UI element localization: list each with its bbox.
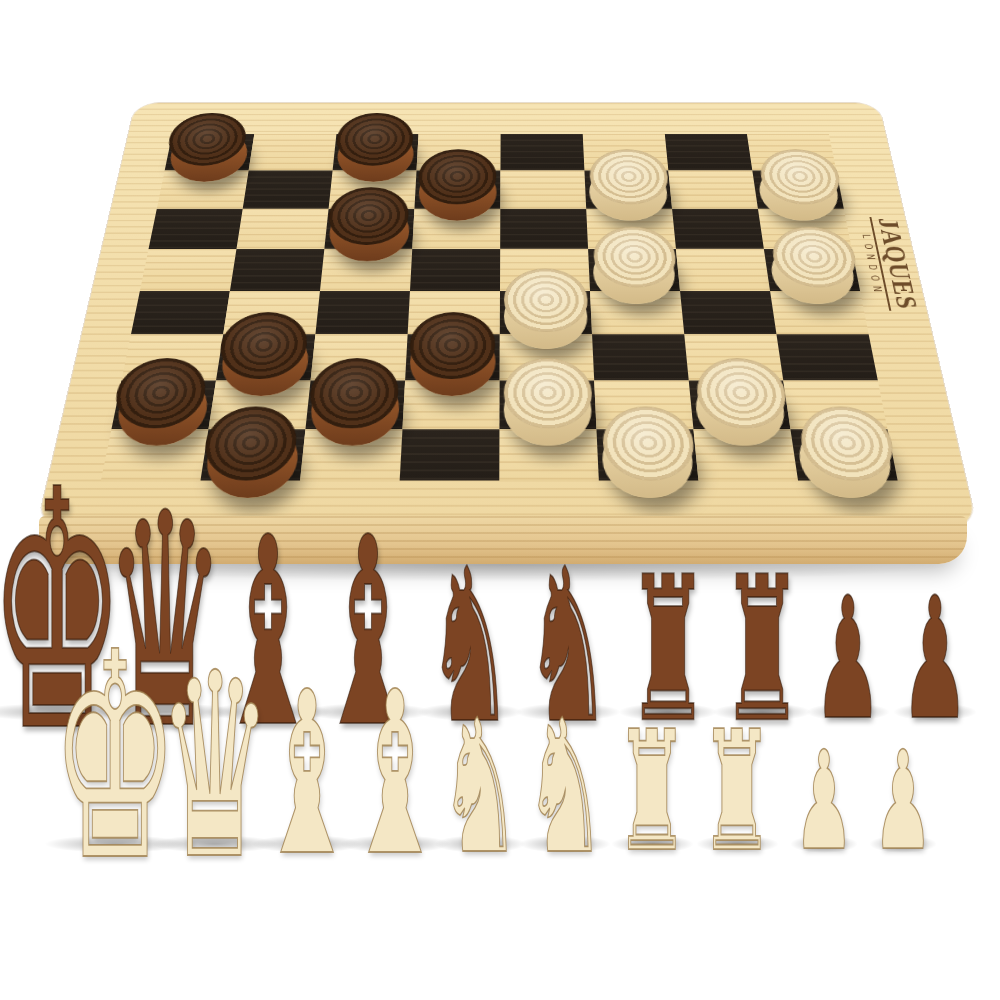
square-r4c4 xyxy=(410,249,500,291)
product-photo-scene: JAQUES LONDON ♚♛♝♝♞♞♜♜♟♟♚♛♝♝♞♞♜♜♟♟ xyxy=(0,0,1000,1000)
square-r1c2 xyxy=(249,134,337,171)
square-r6c6 xyxy=(592,334,689,380)
square-r1c7 xyxy=(665,134,752,171)
square-r7c7 xyxy=(689,381,791,430)
dark-pawn: ♟ xyxy=(900,575,969,743)
square-r8c8 xyxy=(790,429,897,480)
square-r4c7 xyxy=(676,249,770,291)
square-r6c2 xyxy=(216,334,315,380)
dark-pawn: ♟ xyxy=(813,575,882,743)
cream-bishop: ♝ xyxy=(345,662,446,887)
dark-checker xyxy=(409,325,496,392)
square-r1c5 xyxy=(500,134,584,171)
square-r7c1 xyxy=(111,381,216,430)
square-r5c1 xyxy=(131,291,230,335)
light-checker xyxy=(592,240,677,300)
checker-top xyxy=(417,149,497,204)
square-r7c3 xyxy=(305,381,405,430)
square-r2c8 xyxy=(752,170,843,208)
square-r5c7 xyxy=(680,291,776,335)
square-r7c5 xyxy=(499,381,596,430)
square-r8c4 xyxy=(400,429,500,480)
square-r3c1 xyxy=(149,209,243,249)
light-checker xyxy=(766,240,857,300)
square-r2c2 xyxy=(243,170,333,208)
dark-checker xyxy=(327,200,411,258)
square-r1c3 xyxy=(333,134,419,171)
light-checker xyxy=(504,281,588,344)
square-r5c3 xyxy=(315,291,410,335)
cream-pawn: ♟ xyxy=(794,733,855,869)
square-r6c4 xyxy=(405,334,500,380)
square-r4c1 xyxy=(140,249,237,291)
cream-knight: ♞ xyxy=(524,695,606,879)
dark-checker xyxy=(113,370,213,440)
board-grid xyxy=(101,134,898,481)
square-r2c7 xyxy=(668,170,758,208)
dark-checker xyxy=(418,162,497,217)
square-r3c3 xyxy=(324,209,414,249)
square-r2c4 xyxy=(414,170,500,208)
light-checker xyxy=(600,418,695,492)
square-r2c6 xyxy=(584,170,672,208)
cream-queen: ♛ xyxy=(158,639,272,894)
dark-checker xyxy=(309,370,402,440)
square-r4c6 xyxy=(588,249,680,291)
cream-knight: ♞ xyxy=(439,695,521,879)
square-r2c5 xyxy=(500,170,586,208)
light-checker xyxy=(504,370,593,440)
square-r3c2 xyxy=(237,209,329,249)
cream-rook: ♜ xyxy=(700,709,774,875)
cream-bishop: ♝ xyxy=(257,662,358,887)
cream-rook: ♜ xyxy=(615,709,689,875)
square-r6c8 xyxy=(776,334,877,380)
square-r8c6 xyxy=(596,429,698,480)
dark-checker xyxy=(335,126,415,179)
light-checker xyxy=(793,418,895,492)
square-r3c7 xyxy=(672,209,764,249)
square-r4c8 xyxy=(764,249,860,291)
square-r1c1 xyxy=(165,134,255,171)
checker-top xyxy=(408,312,496,379)
square-r5c5 xyxy=(500,291,592,335)
square-r3c5 xyxy=(500,209,588,249)
cream-pawn: ♟ xyxy=(873,733,934,869)
square-r4c2 xyxy=(230,249,324,291)
light-checker xyxy=(588,162,669,217)
light-checker xyxy=(692,370,788,440)
